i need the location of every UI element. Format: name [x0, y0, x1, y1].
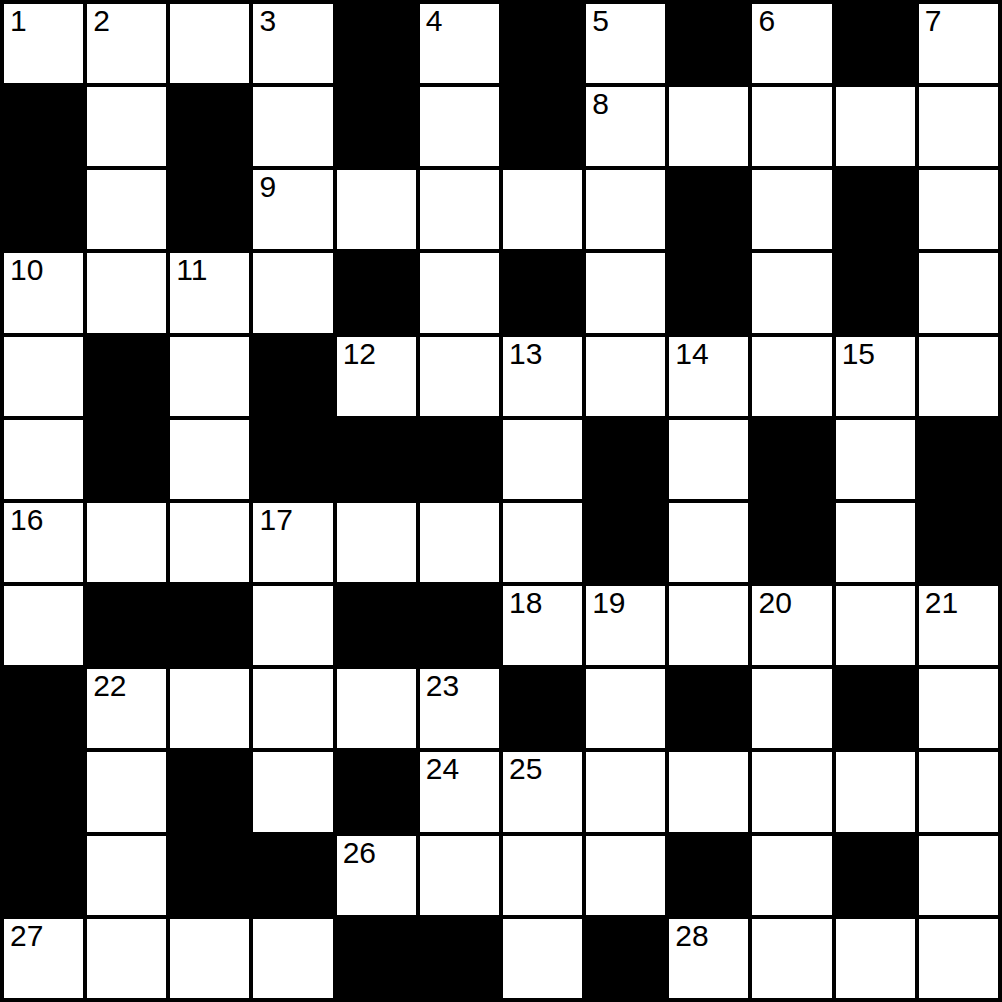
- black-cell-r2c5: [335, 85, 418, 168]
- white-cell-r5c3[interactable]: [168, 335, 251, 418]
- white-cell-r10c7[interactable]: 25: [501, 750, 584, 833]
- white-cell-r12c4[interactable]: [251, 917, 334, 1000]
- black-cell-r1c5: [335, 2, 418, 85]
- white-cell-r2c8[interactable]: 8: [584, 85, 667, 168]
- black-cell-r11c3: [168, 834, 251, 917]
- white-cell-r3c10[interactable]: [750, 168, 833, 251]
- black-cell-r4c11: [834, 251, 917, 334]
- white-cell-r1c2[interactable]: 2: [85, 2, 168, 85]
- black-cell-r12c6: [418, 917, 501, 1000]
- clue-number-16: 16: [10, 503, 43, 538]
- clue-number-7: 7: [925, 4, 942, 39]
- white-cell-r2c10[interactable]: [750, 85, 833, 168]
- black-cell-r2c7: [501, 85, 584, 168]
- black-cell-r8c2: [85, 584, 168, 667]
- white-cell-r7c5[interactable]: [335, 501, 418, 584]
- clue-number-26: 26: [343, 836, 376, 871]
- black-cell-r5c4: [251, 335, 334, 418]
- white-cell-r7c9[interactable]: [667, 501, 750, 584]
- black-cell-r11c11: [834, 834, 917, 917]
- clue-number-27: 27: [10, 919, 43, 954]
- clue-number-3: 3: [259, 4, 276, 39]
- black-cell-r9c1: [2, 667, 85, 750]
- clue-number-22: 22: [93, 669, 126, 704]
- black-cell-r10c5: [335, 750, 418, 833]
- white-cell-r8c9[interactable]: [667, 584, 750, 667]
- white-cell-r6c11[interactable]: [834, 418, 917, 501]
- black-cell-r12c8: [584, 917, 667, 1000]
- white-cell-r4c12[interactable]: [917, 251, 1000, 334]
- white-cell-r11c6[interactable]: [418, 834, 501, 917]
- white-cell-r1c1[interactable]: 1: [2, 2, 85, 85]
- white-cell-r4c6[interactable]: [418, 251, 501, 334]
- white-cell-r1c8[interactable]: 5: [584, 2, 667, 85]
- clue-number-24: 24: [426, 752, 459, 787]
- white-cell-r3c12[interactable]: [917, 168, 1000, 251]
- white-cell-r8c7[interactable]: 18: [501, 584, 584, 667]
- white-cell-r12c10[interactable]: [750, 917, 833, 1000]
- clue-number-11: 11: [176, 253, 207, 288]
- clue-number-8: 8: [592, 87, 609, 122]
- black-cell-r6c5: [335, 418, 418, 501]
- clue-number-9: 9: [259, 170, 276, 205]
- clue-number-18: 18: [509, 586, 542, 621]
- clue-number-21: 21: [925, 586, 958, 621]
- clue-number-20: 20: [758, 586, 791, 621]
- black-cell-r11c9: [667, 834, 750, 917]
- white-cell-r3c7[interactable]: [501, 168, 584, 251]
- crossword-grid: 1234567891011121314151617181920212223242…: [0, 0, 1002, 1002]
- white-cell-r11c12[interactable]: [917, 834, 1000, 917]
- white-cell-r10c4[interactable]: [251, 750, 334, 833]
- black-cell-r10c3: [168, 750, 251, 833]
- white-cell-r2c6[interactable]: [418, 85, 501, 168]
- white-cell-r7c1[interactable]: 16: [2, 501, 85, 584]
- white-cell-r3c2[interactable]: [85, 168, 168, 251]
- white-cell-r2c12[interactable]: [917, 85, 1000, 168]
- white-cell-r1c6[interactable]: 4: [418, 2, 501, 85]
- black-cell-r1c7: [501, 2, 584, 85]
- white-cell-r9c3[interactable]: [168, 667, 251, 750]
- black-cell-r10c1: [2, 750, 85, 833]
- black-cell-r5c2: [85, 335, 168, 418]
- clue-number-17: 17: [259, 503, 292, 538]
- white-cell-r10c12[interactable]: [917, 750, 1000, 833]
- white-cell-r8c4[interactable]: [251, 584, 334, 667]
- white-cell-r5c1[interactable]: [2, 335, 85, 418]
- white-cell-r3c5[interactable]: [335, 168, 418, 251]
- white-cell-r7c3[interactable]: [168, 501, 251, 584]
- white-cell-r10c8[interactable]: [584, 750, 667, 833]
- black-cell-r4c5: [335, 251, 418, 334]
- white-cell-r9c10[interactable]: [750, 667, 833, 750]
- white-cell-r2c11[interactable]: [834, 85, 917, 168]
- white-cell-r6c3[interactable]: [168, 418, 251, 501]
- white-cell-r12c3[interactable]: [168, 917, 251, 1000]
- white-cell-r4c10[interactable]: [750, 251, 833, 334]
- white-cell-r6c7[interactable]: [501, 418, 584, 501]
- clue-number-2: 2: [93, 4, 110, 39]
- white-cell-r12c7[interactable]: [501, 917, 584, 1000]
- white-cell-r8c8[interactable]: 19: [584, 584, 667, 667]
- white-cell-r8c1[interactable]: [2, 584, 85, 667]
- clue-number-28: 28: [675, 919, 708, 954]
- black-cell-r6c2: [85, 418, 168, 501]
- white-cell-r5c8[interactable]: [584, 335, 667, 418]
- white-cell-r9c5[interactable]: [335, 667, 418, 750]
- white-cell-r3c4[interactable]: 9: [251, 168, 334, 251]
- black-cell-r3c3: [168, 168, 251, 251]
- clue-number-10: 10: [10, 253, 43, 288]
- white-cell-r8c12[interactable]: 21: [917, 584, 1000, 667]
- white-cell-r11c2[interactable]: [85, 834, 168, 917]
- white-cell-r2c4[interactable]: [251, 85, 334, 168]
- white-cell-r9c6[interactable]: 23: [418, 667, 501, 750]
- white-cell-r12c1[interactable]: 27: [2, 917, 85, 1000]
- white-cell-r7c11[interactable]: [834, 501, 917, 584]
- white-cell-r4c8[interactable]: [584, 251, 667, 334]
- white-cell-r6c9[interactable]: [667, 418, 750, 501]
- white-cell-r10c6[interactable]: 24: [418, 750, 501, 833]
- white-cell-r7c4[interactable]: 17: [251, 501, 334, 584]
- clue-number-5: 5: [592, 4, 609, 39]
- black-cell-r6c10: [750, 418, 833, 501]
- clue-number-4: 4: [426, 4, 443, 39]
- black-cell-r8c3: [168, 584, 251, 667]
- white-cell-r12c2[interactable]: [85, 917, 168, 1000]
- clue-number-6: 6: [758, 4, 775, 39]
- black-cell-r2c1: [2, 85, 85, 168]
- white-cell-r5c5[interactable]: 12: [335, 335, 418, 418]
- white-cell-r5c12[interactable]: [917, 335, 1000, 418]
- black-cell-r12c5: [335, 917, 418, 1000]
- white-cell-r11c8[interactable]: [584, 834, 667, 917]
- white-cell-r10c10[interactable]: [750, 750, 833, 833]
- black-cell-r1c11: [834, 2, 917, 85]
- white-cell-r11c7[interactable]: [501, 834, 584, 917]
- white-cell-r1c3[interactable]: [168, 2, 251, 85]
- black-cell-r2c3: [168, 85, 251, 168]
- white-cell-r5c7[interactable]: 13: [501, 335, 584, 418]
- white-cell-r3c8[interactable]: [584, 168, 667, 251]
- white-cell-r7c6[interactable]: [418, 501, 501, 584]
- clue-number-23: 23: [426, 669, 459, 704]
- white-cell-r5c11[interactable]: 15: [834, 335, 917, 418]
- black-cell-r8c5: [335, 584, 418, 667]
- white-cell-r7c7[interactable]: [501, 501, 584, 584]
- black-cell-r6c6: [418, 418, 501, 501]
- white-cell-r2c2[interactable]: [85, 85, 168, 168]
- black-cell-r6c4: [251, 418, 334, 501]
- black-cell-r4c9: [667, 251, 750, 334]
- black-cell-r6c8: [584, 418, 667, 501]
- white-cell-r9c4[interactable]: [251, 667, 334, 750]
- white-cell-r1c12[interactable]: 7: [917, 2, 1000, 85]
- clue-number-19: 19: [592, 586, 625, 621]
- white-cell-r4c1[interactable]: 10: [2, 251, 85, 334]
- white-cell-r12c9[interactable]: 28: [667, 917, 750, 1000]
- clue-number-12: 12: [343, 337, 376, 372]
- white-cell-r10c2[interactable]: [85, 750, 168, 833]
- white-cell-r5c9[interactable]: 14: [667, 335, 750, 418]
- white-cell-r3c6[interactable]: [418, 168, 501, 251]
- black-cell-r1c9: [667, 2, 750, 85]
- white-cell-r1c4[interactable]: 3: [251, 2, 334, 85]
- white-cell-r4c4[interactable]: [251, 251, 334, 334]
- white-cell-r4c2[interactable]: [85, 251, 168, 334]
- white-cell-r9c8[interactable]: [584, 667, 667, 750]
- black-cell-r3c9: [667, 168, 750, 251]
- white-cell-r10c9[interactable]: [667, 750, 750, 833]
- clue-number-13: 13: [509, 337, 542, 372]
- white-cell-r7c2[interactable]: [85, 501, 168, 584]
- black-cell-r7c12: [917, 501, 1000, 584]
- black-cell-r4c7: [501, 251, 584, 334]
- black-cell-r11c4: [251, 834, 334, 917]
- white-cell-r11c5[interactable]: 26: [335, 834, 418, 917]
- white-cell-r9c12[interactable]: [917, 667, 1000, 750]
- black-cell-r8c6: [418, 584, 501, 667]
- white-cell-r4c3[interactable]: 11: [168, 251, 251, 334]
- black-cell-r6c12: [917, 418, 1000, 501]
- white-cell-r11c10[interactable]: [750, 834, 833, 917]
- black-cell-r3c11: [834, 168, 917, 251]
- white-cell-r2c9[interactable]: [667, 85, 750, 168]
- black-cell-r7c8: [584, 501, 667, 584]
- black-cell-r3c1: [2, 168, 85, 251]
- white-cell-r10c11[interactable]: [834, 750, 917, 833]
- white-cell-r5c6[interactable]: [418, 335, 501, 418]
- black-cell-r11c1: [2, 834, 85, 917]
- clue-number-1: 1: [10, 4, 27, 39]
- white-cell-r12c11[interactable]: [834, 917, 917, 1000]
- white-cell-r12c12[interactable]: [917, 917, 1000, 1000]
- clue-number-15: 15: [842, 337, 875, 372]
- white-cell-r8c11[interactable]: [834, 584, 917, 667]
- black-cell-r7c10: [750, 501, 833, 584]
- clue-number-14: 14: [675, 337, 708, 372]
- black-cell-r9c11: [834, 667, 917, 750]
- white-cell-r9c2[interactable]: 22: [85, 667, 168, 750]
- white-cell-r6c1[interactable]: [2, 418, 85, 501]
- clue-number-25: 25: [509, 752, 542, 787]
- white-cell-r8c10[interactable]: 20: [750, 584, 833, 667]
- white-cell-r5c10[interactable]: [750, 335, 833, 418]
- white-cell-r1c10[interactable]: 6: [750, 2, 833, 85]
- black-cell-r9c7: [501, 667, 584, 750]
- black-cell-r9c9: [667, 667, 750, 750]
